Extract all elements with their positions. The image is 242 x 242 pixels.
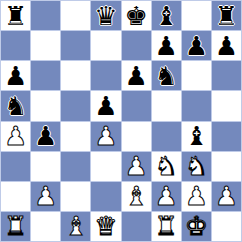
black-bishop[interactable]: ♝ (185, 123, 208, 149)
square-c5[interactable] (61, 91, 90, 120)
white-pawn[interactable]: ♟ (34, 183, 57, 209)
square-a7[interactable] (1, 31, 30, 60)
square-f2[interactable]: ♟ (152, 182, 181, 211)
square-e1[interactable] (122, 212, 151, 241)
white-knight[interactable]: ♞ (185, 153, 208, 179)
square-a8[interactable]: ♜ (1, 1, 30, 30)
square-h3[interactable] (212, 152, 241, 181)
square-f6[interactable]: ♞ (152, 61, 181, 90)
square-g4[interactable]: ♝ (182, 122, 211, 151)
black-pawn[interactable]: ♟ (124, 63, 147, 89)
white-pawn[interactable]: ♟ (215, 183, 238, 209)
black-bishop[interactable]: ♝ (155, 3, 178, 29)
white-bishop[interactable]: ♝ (124, 183, 147, 209)
square-b6[interactable] (31, 61, 60, 90)
white-pawn[interactable]: ♟ (4, 123, 27, 149)
white-pawn[interactable]: ♟ (185, 183, 208, 209)
black-knight[interactable]: ♞ (4, 93, 27, 119)
black-queen[interactable]: ♛ (94, 3, 117, 29)
square-h5[interactable] (212, 91, 241, 120)
square-e3[interactable]: ♟ (122, 152, 151, 181)
black-knight[interactable]: ♞ (155, 63, 178, 89)
square-a1[interactable]: ♜ (1, 212, 30, 241)
square-f1[interactable]: ♜ (152, 212, 181, 241)
black-rook[interactable]: ♜ (215, 3, 238, 29)
square-g1[interactable]: ♚ (182, 212, 211, 241)
black-pawn[interactable]: ♟ (215, 33, 238, 59)
square-c8[interactable] (61, 1, 90, 30)
square-c4[interactable] (61, 122, 90, 151)
square-h8[interactable]: ♜ (212, 1, 241, 30)
square-b3[interactable] (31, 152, 60, 181)
square-h4[interactable] (212, 122, 241, 151)
white-rook[interactable]: ♜ (155, 213, 178, 239)
square-e7[interactable] (122, 31, 151, 60)
square-g8[interactable] (182, 1, 211, 30)
square-g3[interactable]: ♞ (182, 152, 211, 181)
white-king[interactable]: ♚ (185, 213, 208, 239)
square-e4[interactable] (122, 122, 151, 151)
square-e2[interactable]: ♝ (122, 182, 151, 211)
white-rook[interactable]: ♜ (4, 213, 27, 239)
square-a6[interactable]: ♟ (1, 61, 30, 90)
square-c6[interactable] (61, 61, 90, 90)
square-e6[interactable]: ♟ (122, 61, 151, 90)
square-c1[interactable]: ♝ (61, 212, 90, 241)
black-king[interactable]: ♚ (124, 3, 147, 29)
white-knight[interactable]: ♞ (155, 153, 178, 179)
square-b2[interactable]: ♟ (31, 182, 60, 211)
square-f4[interactable] (152, 122, 181, 151)
square-a4[interactable]: ♟ (1, 122, 30, 151)
square-h1[interactable] (212, 212, 241, 241)
square-f8[interactable]: ♝ (152, 1, 181, 30)
square-h2[interactable]: ♟ (212, 182, 241, 211)
square-e8[interactable]: ♚ (122, 1, 151, 30)
square-a3[interactable] (1, 152, 30, 181)
square-b7[interactable] (31, 31, 60, 60)
square-f3[interactable]: ♞ (152, 152, 181, 181)
square-d3[interactable] (91, 152, 120, 181)
square-b8[interactable] (31, 1, 60, 30)
square-g7[interactable]: ♟ (182, 31, 211, 60)
chess-board: ♜♛♚♝♜♟♟♟♟♟♞♞♟♟♟♟♝♟♞♞♟♝♟♟♟♜♝♛♜♚ (0, 0, 242, 242)
black-pawn[interactable]: ♟ (34, 123, 57, 149)
black-pawn[interactable]: ♟ (185, 33, 208, 59)
square-b4[interactable]: ♟ (31, 122, 60, 151)
square-b5[interactable] (31, 91, 60, 120)
square-h6[interactable] (212, 61, 241, 90)
square-f5[interactable] (152, 91, 181, 120)
square-g6[interactable] (182, 61, 211, 90)
square-d5[interactable]: ♟ (91, 91, 120, 120)
square-b1[interactable] (31, 212, 60, 241)
black-pawn[interactable]: ♟ (4, 63, 27, 89)
white-pawn[interactable]: ♟ (155, 183, 178, 209)
square-g5[interactable] (182, 91, 211, 120)
square-c3[interactable] (61, 152, 90, 181)
white-bishop[interactable]: ♝ (64, 213, 87, 239)
black-pawn[interactable]: ♟ (155, 33, 178, 59)
square-d8[interactable]: ♛ (91, 1, 120, 30)
black-pawn[interactable]: ♟ (94, 93, 117, 119)
square-e5[interactable] (122, 91, 151, 120)
square-d6[interactable] (91, 61, 120, 90)
square-c2[interactable] (61, 182, 90, 211)
square-a2[interactable] (1, 182, 30, 211)
white-queen[interactable]: ♛ (94, 213, 117, 239)
square-c7[interactable] (61, 31, 90, 60)
square-f7[interactable]: ♟ (152, 31, 181, 60)
square-d1[interactable]: ♛ (91, 212, 120, 241)
square-g2[interactable]: ♟ (182, 182, 211, 211)
white-pawn[interactable]: ♟ (94, 123, 117, 149)
square-d4[interactable]: ♟ (91, 122, 120, 151)
square-d2[interactable] (91, 182, 120, 211)
square-h7[interactable]: ♟ (212, 31, 241, 60)
square-a5[interactable]: ♞ (1, 91, 30, 120)
white-pawn[interactable]: ♟ (124, 153, 147, 179)
square-d7[interactable] (91, 31, 120, 60)
black-rook[interactable]: ♜ (4, 3, 27, 29)
